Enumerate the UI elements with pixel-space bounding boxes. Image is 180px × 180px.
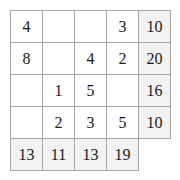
- grid-cell-r1c3[interactable]: [75, 11, 107, 43]
- row-sum-r2: 20: [139, 43, 171, 75]
- grid-cell-r2c2[interactable]: [43, 43, 75, 75]
- grid-cell-r4c2: 2: [43, 107, 75, 139]
- grid-cell-r1c1: 4: [11, 11, 43, 43]
- col-sum-c4: 19: [107, 139, 139, 171]
- grid-cell-r3c3: 5: [75, 75, 107, 107]
- grid-cell-r1c4: 3: [107, 11, 139, 43]
- col-sum-c1: 13: [11, 139, 43, 171]
- col-sum-c3: 13: [75, 139, 107, 171]
- grid-cell-r2c1: 8: [11, 43, 43, 75]
- grid-cell-r3c4[interactable]: [107, 75, 139, 107]
- sum-grid-board: 4 3 10 8 4 2 20 1 5 16 2 3 5 10 13 11 13…: [10, 10, 171, 171]
- grid-cell-r1c2[interactable]: [43, 11, 75, 43]
- grid-cell-r4c4: 5: [107, 107, 139, 139]
- grid-cell-r3c2: 1: [43, 75, 75, 107]
- row-sum-r1: 10: [139, 11, 171, 43]
- grid-cell-r2c3: 4: [75, 43, 107, 75]
- corner-spacer: [139, 139, 171, 171]
- row-sum-r3: 16: [139, 75, 171, 107]
- grid-cell-r3c1[interactable]: [11, 75, 43, 107]
- grid-cell-r4c1[interactable]: [11, 107, 43, 139]
- grid-cell-r4c3: 3: [75, 107, 107, 139]
- grid-cell-r2c4: 2: [107, 43, 139, 75]
- row-sum-r4: 10: [139, 107, 171, 139]
- col-sum-c2: 11: [43, 139, 75, 171]
